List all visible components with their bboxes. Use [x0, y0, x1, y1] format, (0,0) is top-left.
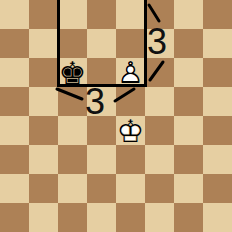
square-d2[interactable] — [87, 174, 116, 203]
square-a7[interactable] — [0, 29, 29, 58]
square-c3[interactable] — [58, 145, 87, 174]
square-e6[interactable]: ♟♙ — [116, 58, 145, 87]
square-d6[interactable] — [87, 58, 116, 87]
square-f6[interactable] — [145, 58, 174, 87]
square-g3[interactable] — [174, 145, 203, 174]
square-c8[interactable] — [58, 0, 87, 29]
square-c5[interactable] — [58, 87, 87, 116]
square-e5[interactable] — [116, 87, 145, 116]
black-king[interactable]: ♚ — [58, 58, 87, 87]
square-f5[interactable] — [145, 87, 174, 116]
square-b1[interactable] — [29, 203, 58, 232]
square-g2[interactable] — [174, 174, 203, 203]
square-d7[interactable] — [87, 29, 116, 58]
square-e2[interactable] — [116, 174, 145, 203]
square-g5[interactable] — [174, 87, 203, 116]
square-a3[interactable] — [0, 145, 29, 174]
square-d3[interactable] — [87, 145, 116, 174]
square-f8[interactable] — [145, 0, 174, 29]
square-b2[interactable] — [29, 174, 58, 203]
square-d1[interactable] — [87, 203, 116, 232]
square-d5[interactable] — [87, 87, 116, 116]
square-f4[interactable] — [145, 116, 174, 145]
square-b5[interactable] — [29, 87, 58, 116]
square-e1[interactable] — [116, 203, 145, 232]
square-c4[interactable] — [58, 116, 87, 145]
square-f7[interactable] — [145, 29, 174, 58]
square-h3[interactable] — [203, 145, 232, 174]
square-a5[interactable] — [0, 87, 29, 116]
square-f3[interactable] — [145, 145, 174, 174]
square-b7[interactable] — [29, 29, 58, 58]
square-d4[interactable] — [87, 116, 116, 145]
square-a2[interactable] — [0, 174, 29, 203]
square-a4[interactable] — [0, 116, 29, 145]
square-a1[interactable] — [0, 203, 29, 232]
square-a8[interactable] — [0, 0, 29, 29]
square-h6[interactable] — [203, 58, 232, 87]
square-f2[interactable] — [145, 174, 174, 203]
square-c7[interactable] — [58, 29, 87, 58]
square-d8[interactable] — [87, 0, 116, 29]
square-a6[interactable] — [0, 58, 29, 87]
square-h4[interactable] — [203, 116, 232, 145]
square-h7[interactable] — [203, 29, 232, 58]
white-king-fill: ♚ — [116, 116, 145, 145]
white-pawn-fill: ♟ — [116, 58, 145, 87]
square-g7[interactable] — [174, 29, 203, 58]
square-h2[interactable] — [203, 174, 232, 203]
square-c2[interactable] — [58, 174, 87, 203]
square-h1[interactable] — [203, 203, 232, 232]
square-b4[interactable] — [29, 116, 58, 145]
white-pawn[interactable]: ♙ — [116, 58, 145, 87]
white-king[interactable]: ♔ — [116, 116, 145, 145]
board-grid: ♚♟♙♚♔ — [0, 0, 232, 232]
square-e7[interactable] — [116, 29, 145, 58]
square-e3[interactable] — [116, 145, 145, 174]
square-e8[interactable] — [116, 0, 145, 29]
square-g6[interactable] — [174, 58, 203, 87]
square-h5[interactable] — [203, 87, 232, 116]
square-b8[interactable] — [29, 0, 58, 29]
square-f1[interactable] — [145, 203, 174, 232]
square-g8[interactable] — [174, 0, 203, 29]
square-c1[interactable] — [58, 203, 87, 232]
square-e4[interactable]: ♚♔ — [116, 116, 145, 145]
chess-diagram: ♚♟♙♚♔ 33 — [0, 0, 232, 232]
square-g4[interactable] — [174, 116, 203, 145]
square-h8[interactable] — [203, 0, 232, 29]
square-c6[interactable]: ♚ — [58, 58, 87, 87]
square-g1[interactable] — [174, 203, 203, 232]
square-b3[interactable] — [29, 145, 58, 174]
square-b6[interactable] — [29, 58, 58, 87]
